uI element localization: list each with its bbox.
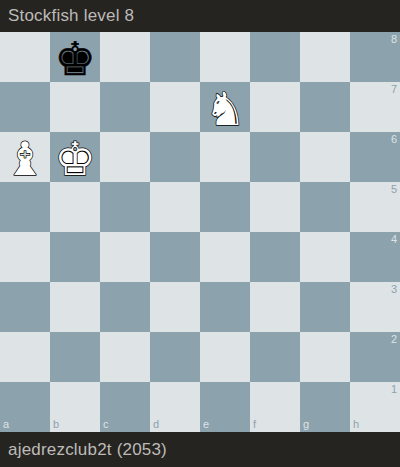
rank-label-6: 6 bbox=[391, 134, 397, 145]
square-e3[interactable] bbox=[200, 282, 250, 332]
opponent-name: Stockfish level 8 bbox=[8, 6, 134, 26]
rank-label-7: 7 bbox=[391, 84, 397, 95]
square-f3[interactable] bbox=[250, 282, 300, 332]
square-h1[interactable]: h1 bbox=[350, 382, 400, 432]
chess-app-window: Stockfish level 8 ♚8♞7♝♚65432abcdefgh1 a… bbox=[0, 0, 400, 467]
square-f6[interactable] bbox=[250, 132, 300, 182]
square-e7[interactable]: ♞ bbox=[200, 82, 250, 132]
rank-label-2: 2 bbox=[391, 334, 397, 345]
square-h8[interactable]: 8 bbox=[350, 32, 400, 82]
square-c6[interactable] bbox=[100, 132, 150, 182]
square-h4[interactable]: 4 bbox=[350, 232, 400, 282]
square-a2[interactable] bbox=[0, 332, 50, 382]
square-e5[interactable] bbox=[200, 182, 250, 232]
square-g2[interactable] bbox=[300, 332, 350, 382]
square-c8[interactable] bbox=[100, 32, 150, 82]
square-b3[interactable] bbox=[50, 282, 100, 332]
svg-text:♝: ♝ bbox=[4, 132, 45, 182]
square-c5[interactable] bbox=[100, 182, 150, 232]
file-label-c: c bbox=[103, 419, 109, 430]
rank-label-5: 5 bbox=[391, 184, 397, 195]
player-name: ajedrezclub2t (2053) bbox=[8, 440, 167, 460]
square-d5[interactable] bbox=[150, 182, 200, 232]
square-f4[interactable] bbox=[250, 232, 300, 282]
square-f1[interactable]: f bbox=[250, 382, 300, 432]
square-a6[interactable]: ♝ bbox=[0, 132, 50, 182]
file-label-h: h bbox=[353, 419, 359, 430]
square-a3[interactable] bbox=[0, 282, 50, 332]
square-c7[interactable] bbox=[100, 82, 150, 132]
square-e8[interactable] bbox=[200, 32, 250, 82]
square-f8[interactable] bbox=[250, 32, 300, 82]
file-label-f: f bbox=[253, 419, 256, 430]
square-d4[interactable] bbox=[150, 232, 200, 282]
square-g7[interactable] bbox=[300, 82, 350, 132]
square-d1[interactable]: d bbox=[150, 382, 200, 432]
piece-white-knight[interactable]: ♞ bbox=[200, 82, 250, 132]
square-h6[interactable]: 6 bbox=[350, 132, 400, 182]
square-e6[interactable] bbox=[200, 132, 250, 182]
square-h5[interactable]: 5 bbox=[350, 182, 400, 232]
square-f5[interactable] bbox=[250, 182, 300, 232]
square-g8[interactable] bbox=[300, 32, 350, 82]
square-c4[interactable] bbox=[100, 232, 150, 282]
square-b1[interactable]: b bbox=[50, 382, 100, 432]
square-b7[interactable] bbox=[50, 82, 100, 132]
square-e1[interactable]: e bbox=[200, 382, 250, 432]
square-f2[interactable] bbox=[250, 332, 300, 382]
file-label-e: e bbox=[203, 419, 209, 430]
square-b6[interactable]: ♚ bbox=[50, 132, 100, 182]
file-label-g: g bbox=[303, 419, 309, 430]
square-c1[interactable]: c bbox=[100, 382, 150, 432]
square-b8[interactable]: ♚ bbox=[50, 32, 100, 82]
square-g4[interactable] bbox=[300, 232, 350, 282]
svg-text:♚: ♚ bbox=[54, 32, 95, 82]
rank-label-4: 4 bbox=[391, 234, 397, 245]
svg-text:♚: ♚ bbox=[54, 132, 95, 182]
square-a8[interactable] bbox=[0, 32, 50, 82]
square-g5[interactable] bbox=[300, 182, 350, 232]
square-e2[interactable] bbox=[200, 332, 250, 382]
square-c2[interactable] bbox=[100, 332, 150, 382]
square-d8[interactable] bbox=[150, 32, 200, 82]
square-h7[interactable]: 7 bbox=[350, 82, 400, 132]
square-a1[interactable]: a bbox=[0, 382, 50, 432]
square-h2[interactable]: 2 bbox=[350, 332, 400, 382]
square-b2[interactable] bbox=[50, 332, 100, 382]
chess-board[interactable]: ♚8♞7♝♚65432abcdefgh1 bbox=[0, 32, 400, 432]
square-a7[interactable] bbox=[0, 82, 50, 132]
file-label-b: b bbox=[53, 419, 59, 430]
svg-text:♞: ♞ bbox=[204, 82, 245, 132]
file-label-a: a bbox=[3, 419, 9, 430]
square-d6[interactable] bbox=[150, 132, 200, 182]
piece-white-king[interactable]: ♚ bbox=[50, 132, 100, 182]
square-a4[interactable] bbox=[0, 232, 50, 282]
square-e4[interactable] bbox=[200, 232, 250, 282]
piece-black-king[interactable]: ♚ bbox=[50, 32, 100, 82]
file-label-d: d bbox=[153, 419, 159, 430]
square-f7[interactable] bbox=[250, 82, 300, 132]
rank-label-8: 8 bbox=[391, 34, 397, 45]
square-d3[interactable] bbox=[150, 282, 200, 332]
square-c3[interactable] bbox=[100, 282, 150, 332]
square-g3[interactable] bbox=[300, 282, 350, 332]
piece-white-bishop[interactable]: ♝ bbox=[0, 132, 50, 182]
square-d7[interactable] bbox=[150, 82, 200, 132]
square-b5[interactable] bbox=[50, 182, 100, 232]
player-name-bar: ajedrezclub2t (2053) bbox=[0, 432, 400, 467]
square-b4[interactable] bbox=[50, 232, 100, 282]
rank-label-1: 1 bbox=[391, 384, 397, 395]
square-g1[interactable]: g bbox=[300, 382, 350, 432]
square-a5[interactable] bbox=[0, 182, 50, 232]
square-h3[interactable]: 3 bbox=[350, 282, 400, 332]
square-g6[interactable] bbox=[300, 132, 350, 182]
opponent-name-bar: Stockfish level 8 bbox=[0, 0, 400, 32]
square-d2[interactable] bbox=[150, 332, 200, 382]
rank-label-3: 3 bbox=[391, 284, 397, 295]
